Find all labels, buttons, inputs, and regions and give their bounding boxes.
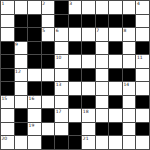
white-cell-r9c9[interactable]	[109, 109, 122, 122]
black-cell-r3c2	[15, 28, 28, 41]
white-cell-r6c11[interactable]	[136, 69, 149, 82]
white-cell-r5c10[interactable]	[123, 55, 136, 68]
black-cell-r9c2	[15, 109, 28, 122]
white-cell-r2c1[interactable]	[1, 15, 14, 28]
black-cell-r10c2	[15, 123, 28, 136]
white-cell-r5c11[interactable]: 11	[136, 55, 149, 68]
black-cell-r4c3	[28, 42, 41, 55]
clue-number: 18	[83, 109, 89, 114]
white-cell-r7c6[interactable]	[69, 82, 82, 95]
white-cell-r1c7[interactable]	[82, 1, 95, 14]
white-cell-r3c9[interactable]	[109, 28, 122, 41]
black-cell-r8c11	[136, 96, 149, 109]
white-cell-r6c3[interactable]	[28, 69, 41, 82]
black-cell-r2c2	[15, 15, 28, 28]
white-cell-r1c10[interactable]	[123, 1, 136, 14]
black-cell-r4c6	[69, 42, 82, 55]
white-cell-r10c3[interactable]: 19	[28, 123, 41, 136]
white-cell-r6c8[interactable]	[96, 69, 109, 82]
black-cell-r4c7	[82, 42, 95, 55]
white-cell-r8c2[interactable]	[15, 96, 28, 109]
white-cell-r3c10[interactable]: 8	[123, 28, 136, 41]
white-cell-r3c8[interactable]: 7	[96, 28, 109, 41]
black-cell-r7c4	[42, 82, 55, 95]
white-cell-r6c2[interactable]: 12	[15, 69, 28, 82]
white-cell-r11c7[interactable]: 21	[82, 136, 95, 149]
white-cell-r9c3[interactable]	[28, 109, 41, 122]
black-cell-r11c6	[69, 136, 82, 149]
white-cell-r11c9[interactable]	[109, 136, 122, 149]
clue-number: 21	[83, 136, 89, 141]
white-cell-r9c6[interactable]	[69, 109, 82, 122]
black-cell-r6c10	[123, 69, 136, 82]
black-cell-r2c8	[96, 15, 109, 28]
white-cell-r2c4[interactable]	[42, 15, 55, 28]
black-cell-r8c6	[69, 96, 82, 109]
clue-number: 5	[42, 28, 45, 33]
black-cell-r4c1	[1, 42, 14, 55]
white-cell-r5c2[interactable]	[15, 55, 28, 68]
black-cell-r5c3	[28, 55, 41, 68]
white-cell-r10c10[interactable]	[123, 123, 136, 136]
white-cell-r6c4[interactable]	[42, 69, 55, 82]
white-cell-r10c4[interactable]	[42, 123, 55, 136]
white-cell-r9c1[interactable]	[1, 109, 14, 122]
black-cell-r9c4	[42, 109, 55, 122]
black-cell-r4c11	[136, 42, 149, 55]
white-cell-r9c11[interactable]	[136, 109, 149, 122]
black-cell-r8c9	[109, 96, 122, 109]
black-cell-r6c9	[109, 69, 122, 82]
black-cell-r11c4	[42, 136, 55, 149]
white-cell-r10c1[interactable]	[1, 123, 14, 136]
black-cell-r2c9	[109, 15, 122, 28]
white-cell-r11c10[interactable]	[123, 136, 136, 149]
white-cell-r3c5[interactable]: 6	[55, 28, 68, 41]
white-cell-r5c8[interactable]	[96, 55, 109, 68]
white-cell-r11c3[interactable]	[28, 136, 41, 149]
white-cell-r3c11[interactable]	[136, 28, 149, 41]
black-cell-r3c3	[28, 28, 41, 41]
white-cell-r6c5[interactable]	[55, 69, 68, 82]
white-cell-r4c2[interactable]: 9	[15, 42, 28, 55]
clue-number: 6	[56, 28, 59, 33]
black-cell-r11c5	[55, 136, 68, 149]
white-cell-r7c8[interactable]	[96, 82, 109, 95]
white-cell-r5c7[interactable]	[82, 55, 95, 68]
black-cell-r6c6	[69, 69, 82, 82]
white-cell-r1c4[interactable]: 2	[42, 1, 55, 14]
white-cell-r1c2[interactable]	[15, 1, 28, 14]
black-cell-r4c4	[42, 42, 55, 55]
black-cell-r10c9	[109, 123, 122, 136]
white-cell-r11c1[interactable]: 20	[1, 136, 14, 149]
black-cell-r5c1	[1, 55, 14, 68]
white-cell-r8c3[interactable]: 16	[28, 96, 41, 109]
white-cell-r2c11[interactable]	[136, 15, 149, 28]
clue-number: 14	[123, 82, 129, 87]
clue-number: 16	[29, 96, 35, 101]
white-cell-r8c4[interactable]	[42, 96, 55, 109]
white-cell-r5c6[interactable]	[69, 55, 82, 68]
black-cell-r2c6	[69, 15, 82, 28]
black-cell-r6c1	[1, 69, 14, 82]
black-cell-r10c6	[69, 123, 82, 136]
clue-number: 10	[56, 55, 62, 60]
clue-number: 1	[2, 1, 5, 6]
black-cell-r2c7	[82, 15, 95, 28]
white-cell-r8c1[interactable]: 15	[1, 96, 14, 109]
clue-number: 17	[56, 109, 62, 114]
white-cell-r3c7[interactable]	[82, 28, 95, 41]
white-cell-r8c8[interactable]	[96, 96, 109, 109]
black-cell-r7c1	[1, 82, 14, 95]
clue-number: 3	[69, 1, 72, 6]
white-cell-r1c6[interactable]: 3	[69, 1, 82, 14]
black-cell-r1c5	[55, 1, 68, 14]
white-cell-r1c8[interactable]	[96, 1, 109, 14]
black-cell-r2c5	[55, 15, 68, 28]
white-cell-r1c3[interactable]	[28, 1, 41, 14]
clue-number: 11	[137, 55, 143, 60]
white-cell-r3c1[interactable]	[1, 28, 14, 41]
clue-number: 4	[137, 1, 140, 6]
white-cell-r7c11[interactable]	[136, 82, 149, 95]
white-cell-r5c5[interactable]: 10	[55, 55, 68, 68]
white-cell-r4c10[interactable]	[123, 42, 136, 55]
white-cell-r4c8[interactable]	[96, 42, 109, 55]
black-cell-r10c8	[96, 123, 109, 136]
white-cell-r10c7[interactable]	[82, 123, 95, 136]
clue-number: 7	[96, 28, 99, 33]
clue-number: 15	[2, 96, 8, 101]
white-cell-r8c5[interactable]	[55, 96, 68, 109]
black-cell-r4c9	[109, 42, 122, 55]
white-cell-r11c8[interactable]	[96, 136, 109, 149]
clue-number: 13	[56, 82, 62, 87]
white-cell-r1c9[interactable]	[109, 1, 122, 14]
white-cell-r3c6[interactable]	[69, 28, 82, 41]
white-cell-r11c11[interactable]	[136, 136, 149, 149]
white-cell-r9c10[interactable]	[123, 109, 136, 122]
white-cell-r10c5[interactable]	[55, 123, 68, 136]
clue-number: 20	[2, 136, 8, 141]
white-cell-r4c5[interactable]	[55, 42, 68, 55]
black-cell-r2c3	[28, 15, 41, 28]
white-cell-r7c2[interactable]	[15, 82, 28, 95]
white-cell-r8c10[interactable]	[123, 96, 136, 109]
white-cell-r7c10[interactable]: 14	[123, 82, 136, 95]
white-cell-r9c8[interactable]	[96, 109, 109, 122]
white-cell-r9c7[interactable]: 18	[82, 109, 95, 122]
white-cell-r11c2[interactable]	[15, 136, 28, 149]
black-cell-r7c3	[28, 82, 41, 95]
white-cell-r1c11[interactable]: 4	[136, 1, 149, 14]
black-cell-r6c7	[82, 69, 95, 82]
white-cell-r9c5[interactable]: 17	[55, 109, 68, 122]
white-cell-r7c7[interactable]	[82, 82, 95, 95]
clue-number: 2	[42, 1, 45, 6]
clue-number: 8	[123, 28, 126, 33]
clue-number: 12	[15, 69, 21, 74]
white-cell-r3c4[interactable]: 5	[42, 28, 55, 41]
black-cell-r2c10	[123, 15, 136, 28]
crossword-grid: 123456789101112131415161718192021	[0, 0, 150, 150]
white-cell-r7c5[interactable]: 13	[55, 82, 68, 95]
clue-number: 9	[15, 42, 18, 47]
white-cell-r1c1[interactable]: 1	[1, 1, 14, 14]
white-cell-r5c9[interactable]	[109, 55, 122, 68]
white-cell-r7c9[interactable]	[109, 82, 122, 95]
black-cell-r8c7	[82, 96, 95, 109]
black-cell-r5c4	[42, 55, 55, 68]
clue-number: 19	[29, 123, 35, 128]
black-cell-r10c11	[136, 123, 149, 136]
